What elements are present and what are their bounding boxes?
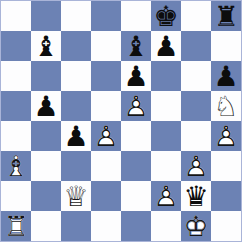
square-g5[interactable] — [181, 91, 211, 121]
white-knight[interactable]: ♞♘ — [211, 91, 241, 121]
square-f1[interactable] — [151, 211, 181, 241]
square-e7[interactable]: ♝ — [121, 31, 151, 61]
black-rook-glyph: ♜ — [211, 1, 241, 31]
square-g4[interactable] — [181, 121, 211, 151]
white-king-outline: ♔ — [181, 211, 211, 241]
square-d2[interactable] — [91, 181, 121, 211]
white-pawn-outline: ♙ — [151, 181, 181, 211]
square-h1[interactable] — [211, 211, 241, 241]
square-c4[interactable]: ♟ — [61, 121, 91, 151]
square-b8[interactable] — [31, 1, 61, 31]
white-queen-outline: ♕ — [61, 181, 91, 211]
square-a6[interactable] — [1, 61, 31, 91]
white-pawn[interactable]: ♟♙ — [211, 121, 241, 151]
square-f5[interactable] — [151, 91, 181, 121]
black-pawn[interactable]: ♟ — [211, 61, 241, 91]
square-e6[interactable]: ♟ — [121, 61, 151, 91]
square-e3[interactable] — [121, 151, 151, 181]
square-a4[interactable] — [1, 121, 31, 151]
square-g8[interactable] — [181, 1, 211, 31]
black-pawn[interactable]: ♟ — [61, 121, 91, 151]
black-pawn-glyph: ♟ — [61, 121, 91, 151]
square-h3[interactable] — [211, 151, 241, 181]
square-d3[interactable] — [91, 151, 121, 181]
square-d5[interactable] — [91, 91, 121, 121]
square-g6[interactable] — [181, 61, 211, 91]
square-h5[interactable]: ♞♘ — [211, 91, 241, 121]
black-king-glyph: ♚ — [151, 1, 181, 31]
square-f8[interactable]: ♚ — [151, 1, 181, 31]
square-b2[interactable] — [31, 181, 61, 211]
square-d6[interactable] — [91, 61, 121, 91]
square-b3[interactable] — [31, 151, 61, 181]
black-pawn[interactable]: ♟ — [31, 91, 61, 121]
white-pawn[interactable]: ♟♙ — [121, 91, 151, 121]
white-bishop[interactable]: ♝♗ — [1, 151, 31, 181]
square-a5[interactable] — [1, 91, 31, 121]
square-d1[interactable] — [91, 211, 121, 241]
square-a1[interactable]: ♜♖ — [1, 211, 31, 241]
square-a7[interactable] — [1, 31, 31, 61]
square-d8[interactable] — [91, 1, 121, 31]
square-c8[interactable] — [61, 1, 91, 31]
square-c6[interactable] — [61, 61, 91, 91]
square-a3[interactable]: ♝♗ — [1, 151, 31, 181]
white-king[interactable]: ♚♔ — [181, 211, 211, 241]
square-b1[interactable] — [31, 211, 61, 241]
square-h6[interactable]: ♟ — [211, 61, 241, 91]
chess-board-grid: ♚♜♝♝♟♟♟♟♟♙♞♘♟♟♙♟♙♝♗♟♙♛♕♟♙♛♜♖♚♔ — [1, 1, 241, 241]
black-bishop[interactable]: ♝ — [121, 31, 151, 61]
white-queen[interactable]: ♛♕ — [61, 181, 91, 211]
black-pawn-glyph: ♟ — [211, 61, 241, 91]
white-pawn[interactable]: ♟♙ — [181, 151, 211, 181]
square-e8[interactable] — [121, 1, 151, 31]
white-knight-outline: ♘ — [211, 91, 241, 121]
square-f7[interactable]: ♟ — [151, 31, 181, 61]
square-h8[interactable]: ♜ — [211, 1, 241, 31]
black-pawn-glyph: ♟ — [31, 91, 61, 121]
square-c2[interactable]: ♛♕ — [61, 181, 91, 211]
white-pawn-outline: ♙ — [181, 151, 211, 181]
white-bishop-outline: ♗ — [1, 151, 31, 181]
square-a8[interactable] — [1, 1, 31, 31]
square-g1[interactable]: ♚♔ — [181, 211, 211, 241]
white-rook[interactable]: ♜♖ — [1, 211, 31, 241]
square-e2[interactable] — [121, 181, 151, 211]
square-b5[interactable]: ♟ — [31, 91, 61, 121]
black-pawn[interactable]: ♟ — [121, 61, 151, 91]
square-e5[interactable]: ♟♙ — [121, 91, 151, 121]
square-d7[interactable] — [91, 31, 121, 61]
square-g3[interactable]: ♟♙ — [181, 151, 211, 181]
square-c1[interactable] — [61, 211, 91, 241]
black-queen[interactable]: ♛ — [181, 181, 211, 211]
white-pawn-outline: ♙ — [211, 121, 241, 151]
square-h4[interactable]: ♟♙ — [211, 121, 241, 151]
white-rook-outline: ♖ — [1, 211, 31, 241]
square-g2[interactable]: ♛ — [181, 181, 211, 211]
square-h2[interactable] — [211, 181, 241, 211]
square-b4[interactable] — [31, 121, 61, 151]
square-a2[interactable] — [1, 181, 31, 211]
black-bishop-glyph: ♝ — [31, 31, 61, 61]
white-pawn-outline: ♙ — [121, 91, 151, 121]
square-c3[interactable] — [61, 151, 91, 181]
black-rook[interactable]: ♜ — [211, 1, 241, 31]
chess-board: ♚♜♝♝♟♟♟♟♟♙♞♘♟♟♙♟♙♝♗♟♙♛♕♟♙♛♜♖♚♔ — [0, 0, 242, 242]
square-g7[interactable] — [181, 31, 211, 61]
square-e4[interactable] — [121, 121, 151, 151]
white-pawn-outline: ♙ — [91, 121, 121, 151]
black-pawn-glyph: ♟ — [151, 31, 181, 61]
white-pawn[interactable]: ♟♙ — [151, 181, 181, 211]
black-bishop[interactable]: ♝ — [31, 31, 61, 61]
black-pawn[interactable]: ♟ — [151, 31, 181, 61]
black-queen-glyph: ♛ — [181, 181, 211, 211]
square-b7[interactable]: ♝ — [31, 31, 61, 61]
black-pawn-glyph: ♟ — [121, 61, 151, 91]
square-f6[interactable] — [151, 61, 181, 91]
square-e1[interactable] — [121, 211, 151, 241]
square-f4[interactable] — [151, 121, 181, 151]
white-pawn[interactable]: ♟♙ — [91, 121, 121, 151]
square-f3[interactable] — [151, 151, 181, 181]
square-d4[interactable]: ♟♙ — [91, 121, 121, 151]
square-b6[interactable] — [31, 61, 61, 91]
black-king[interactable]: ♚ — [151, 1, 181, 31]
square-h7[interactable] — [211, 31, 241, 61]
square-c7[interactable] — [61, 31, 91, 61]
square-f2[interactable]: ♟♙ — [151, 181, 181, 211]
black-bishop-glyph: ♝ — [121, 31, 151, 61]
square-c5[interactable] — [61, 91, 91, 121]
